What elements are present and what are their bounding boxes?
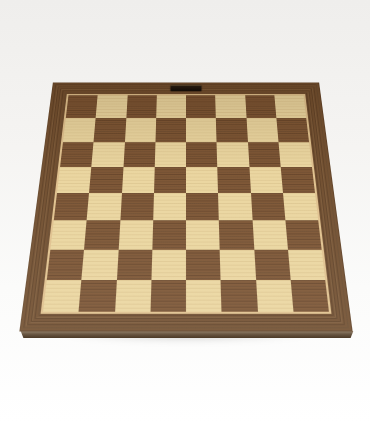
square-r6c5[interactable] bbox=[220, 249, 256, 279]
square-r2c5[interactable] bbox=[217, 142, 249, 167]
board-frame-bottom bbox=[19, 312, 352, 332]
square-r6c7[interactable] bbox=[288, 249, 325, 279]
board-scene bbox=[19, 82, 352, 331]
square-r1c2[interactable] bbox=[124, 118, 155, 142]
square-r5c1[interactable] bbox=[84, 220, 120, 249]
square-r2c1[interactable] bbox=[92, 142, 125, 167]
square-r2c3[interactable] bbox=[155, 142, 186, 167]
inlay-border bbox=[41, 94, 332, 314]
square-r7c6[interactable] bbox=[256, 280, 294, 312]
square-r2c0[interactable] bbox=[60, 142, 94, 167]
square-r3c4[interactable] bbox=[186, 167, 218, 193]
square-r7c2[interactable] bbox=[115, 280, 152, 312]
square-r2c7[interactable] bbox=[278, 142, 312, 167]
square-r7c1[interactable] bbox=[79, 280, 117, 312]
square-r4c2[interactable] bbox=[120, 193, 154, 220]
square-r4c5[interactable] bbox=[218, 193, 252, 220]
square-r7c4[interactable] bbox=[186, 280, 222, 312]
square-r6c3[interactable] bbox=[151, 249, 186, 279]
square-r5c5[interactable] bbox=[219, 220, 254, 249]
square-r3c0[interactable] bbox=[57, 167, 92, 193]
square-r5c2[interactable] bbox=[118, 220, 153, 249]
square-r7c7[interactable] bbox=[290, 280, 329, 312]
square-r5c3[interactable] bbox=[152, 220, 186, 249]
square-r5c6[interactable] bbox=[252, 220, 288, 249]
square-r1c4[interactable] bbox=[186, 118, 217, 142]
square-r0c6[interactable] bbox=[245, 95, 276, 118]
square-r3c7[interactable] bbox=[280, 167, 315, 193]
square-r3c3[interactable] bbox=[154, 167, 186, 193]
square-r1c0[interactable] bbox=[63, 118, 96, 142]
square-r2c2[interactable] bbox=[123, 142, 155, 167]
square-r0c7[interactable] bbox=[274, 95, 306, 118]
square-r3c1[interactable] bbox=[89, 167, 123, 193]
square-r4c7[interactable] bbox=[283, 193, 318, 220]
square-r3c6[interactable] bbox=[249, 167, 283, 193]
square-r6c2[interactable] bbox=[116, 249, 152, 279]
photo-background bbox=[0, 0, 370, 423]
square-r3c2[interactable] bbox=[122, 167, 155, 193]
square-r0c1[interactable] bbox=[96, 95, 127, 118]
square-r7c0[interactable] bbox=[43, 280, 82, 312]
square-r5c4[interactable] bbox=[186, 220, 220, 249]
square-r6c4[interactable] bbox=[186, 249, 221, 279]
square-r3c5[interactable] bbox=[217, 167, 250, 193]
square-r5c0[interactable] bbox=[50, 220, 86, 249]
square-r4c4[interactable] bbox=[186, 193, 219, 220]
square-r7c5[interactable] bbox=[221, 280, 258, 312]
square-r6c6[interactable] bbox=[254, 249, 291, 279]
maker-plaque bbox=[171, 85, 202, 91]
square-r2c4[interactable] bbox=[186, 142, 217, 167]
square-r7c3[interactable] bbox=[150, 280, 186, 312]
square-r5c7[interactable] bbox=[285, 220, 321, 249]
board-grid bbox=[43, 95, 329, 311]
square-r6c0[interactable] bbox=[47, 249, 84, 279]
square-r4c1[interactable] bbox=[87, 193, 122, 220]
square-r6c1[interactable] bbox=[82, 249, 119, 279]
square-r4c3[interactable] bbox=[153, 193, 186, 220]
square-r2c6[interactable] bbox=[248, 142, 281, 167]
square-r4c0[interactable] bbox=[54, 193, 89, 220]
board-front-edge bbox=[19, 331, 355, 338]
square-r1c7[interactable] bbox=[276, 118, 309, 142]
square-r0c3[interactable] bbox=[156, 95, 186, 118]
square-r0c2[interactable] bbox=[126, 95, 157, 118]
square-r0c0[interactable] bbox=[66, 95, 98, 118]
square-r0c4[interactable] bbox=[186, 95, 216, 118]
square-r4c6[interactable] bbox=[251, 193, 286, 220]
square-r0c5[interactable] bbox=[215, 95, 246, 118]
square-r1c1[interactable] bbox=[94, 118, 126, 142]
square-r1c3[interactable] bbox=[155, 118, 186, 142]
square-r1c6[interactable] bbox=[246, 118, 278, 142]
chess-board bbox=[19, 82, 352, 331]
square-r1c5[interactable] bbox=[216, 118, 247, 142]
